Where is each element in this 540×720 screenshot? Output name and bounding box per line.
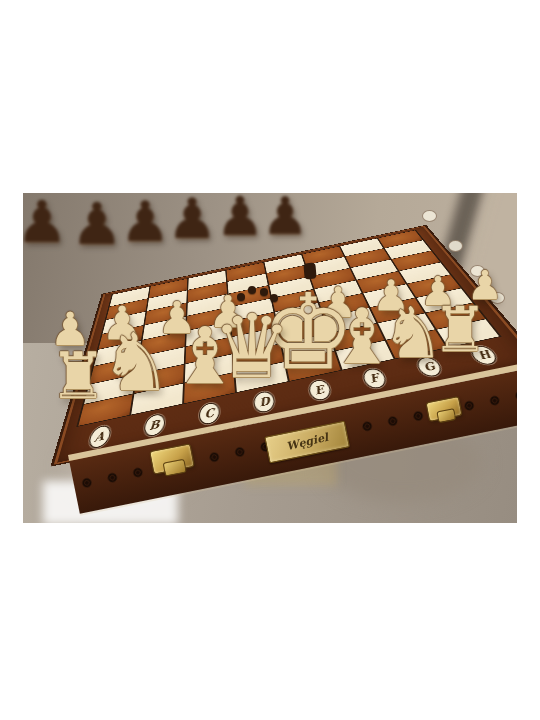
king-dark-finial xyxy=(303,263,316,280)
queen-crown-dots xyxy=(235,285,281,303)
piece-white-rook-a1: ♜ xyxy=(46,344,110,408)
chess-set-photo: ABCDEFGH Węgiel ♜♞♝♛♚♝♞♜♟♟♟♟♟♟♟♟♟♟♟♟♟♟ xyxy=(23,193,517,523)
piece-white-bishop-c1: ♝ xyxy=(166,317,244,395)
piece-black-pawn-e7: ♟ xyxy=(213,193,267,244)
piece-black-pawn-a7: ♟ xyxy=(23,193,71,251)
pieces-layer: ♜♞♝♛♚♝♞♜♟♟♟♟♟♟♟♟♟♟♟♟♟♟ xyxy=(23,193,517,523)
piece-black-pawn-b7: ♟ xyxy=(68,195,126,253)
page: ABCDEFGH Węgiel ♜♞♝♛♚♝♞♜♟♟♟♟♟♟♟♟♟♟♟♟♟♟ xyxy=(0,0,540,720)
